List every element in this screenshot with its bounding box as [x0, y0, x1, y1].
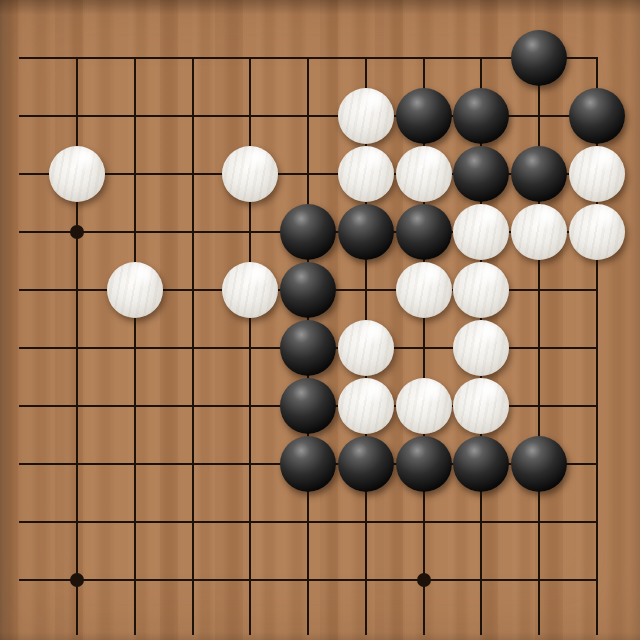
black-stone — [569, 88, 625, 144]
board-cell — [337, 435, 395, 493]
black-stone — [338, 436, 394, 492]
black-stone — [511, 436, 567, 492]
black-stone — [453, 146, 509, 202]
black-stone — [396, 204, 452, 260]
board-cell — [221, 145, 279, 203]
board-cell — [337, 203, 395, 261]
board-cell — [221, 261, 279, 319]
board-cell — [452, 377, 510, 435]
white-stone — [338, 378, 394, 434]
go-board[interactable] — [0, 0, 640, 640]
black-stone — [280, 378, 336, 434]
board-cell — [337, 319, 395, 377]
black-stone — [338, 204, 394, 260]
white-stone — [396, 262, 452, 318]
black-stone — [280, 436, 336, 492]
board-cell — [279, 435, 337, 493]
board-cell — [279, 319, 337, 377]
white-stone — [338, 320, 394, 376]
board-cell — [395, 145, 453, 203]
black-stone — [453, 88, 509, 144]
black-stone — [280, 320, 336, 376]
white-stone — [569, 146, 625, 202]
board-cell — [106, 261, 164, 319]
board-cell — [395, 377, 453, 435]
board-cell — [452, 435, 510, 493]
black-stone — [453, 436, 509, 492]
black-stone — [280, 262, 336, 318]
board-cell — [279, 377, 337, 435]
board-cell — [452, 145, 510, 203]
board-cell — [568, 87, 626, 145]
board-cell — [48, 145, 106, 203]
white-stone — [107, 262, 163, 318]
white-stone — [453, 262, 509, 318]
white-stone — [569, 204, 625, 260]
black-stone — [280, 204, 336, 260]
board-cell — [337, 87, 395, 145]
black-stone — [511, 146, 567, 202]
board-cell — [279, 203, 337, 261]
board-cell — [337, 377, 395, 435]
white-stone — [338, 146, 394, 202]
board-cell — [510, 203, 568, 261]
stones-grid — [48, 29, 626, 609]
white-stone — [396, 378, 452, 434]
board-cell — [452, 319, 510, 377]
board-cell — [510, 29, 568, 87]
black-stone — [396, 88, 452, 144]
white-stone — [49, 146, 105, 202]
white-stone — [338, 88, 394, 144]
board-cell — [452, 261, 510, 319]
board-cell — [452, 203, 510, 261]
black-stone — [511, 30, 567, 86]
white-stone — [453, 204, 509, 260]
white-stone — [396, 146, 452, 202]
white-stone — [511, 204, 567, 260]
board-cell — [568, 203, 626, 261]
board-cell — [395, 261, 453, 319]
board-cell — [395, 87, 453, 145]
board-cell — [452, 87, 510, 145]
board-cell — [395, 435, 453, 493]
board-cell — [395, 203, 453, 261]
board-cell — [568, 145, 626, 203]
white-stone — [453, 378, 509, 434]
white-stone — [222, 146, 278, 202]
white-stone — [453, 320, 509, 376]
black-stone — [396, 436, 452, 492]
board-cell — [510, 145, 568, 203]
board-cell — [279, 261, 337, 319]
board-cell — [337, 145, 395, 203]
white-stone — [222, 262, 278, 318]
board-cell — [510, 435, 568, 493]
